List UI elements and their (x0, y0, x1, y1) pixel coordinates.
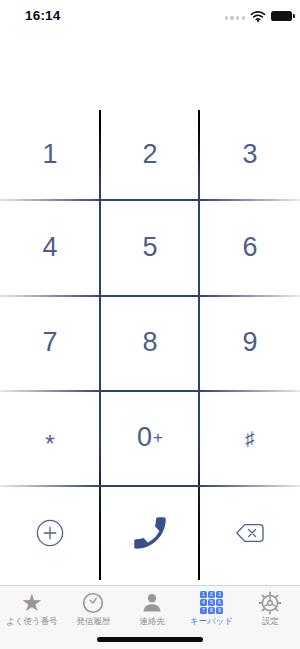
star-icon: ★ (21, 591, 43, 615)
key-9[interactable]: 9 (200, 295, 300, 390)
status-bar: 16:14 (0, 0, 300, 44)
key-7[interactable]: 7 (0, 295, 100, 390)
home-indicator[interactable] (97, 637, 203, 642)
clock-icon (81, 591, 105, 615)
key-star[interactable]: * (0, 390, 100, 485)
person-icon (140, 591, 164, 615)
gear-icon (258, 591, 282, 615)
key-0[interactable]: 0+ (100, 390, 200, 485)
delete-button[interactable] (200, 485, 300, 580)
phone-handset-icon (129, 512, 171, 554)
key-5[interactable]: 5 (100, 199, 200, 295)
tab-favorites[interactable]: ★ よく使う番号 (0, 586, 64, 649)
cellular-signal-icon (225, 16, 245, 19)
status-icons (225, 10, 292, 22)
dial-keypad: 1 2 3 4 5 6 7 8 9 * 0+ ♯ (0, 110, 300, 580)
battery-icon (271, 11, 292, 22)
add-number-button[interactable] (0, 485, 100, 580)
tab-settings[interactable]: 設定 (241, 586, 300, 649)
status-time: 16:14 (25, 8, 61, 23)
key-2[interactable]: 2 (100, 110, 200, 199)
key-6[interactable]: 6 (200, 199, 300, 295)
key-hash[interactable]: ♯ (200, 390, 300, 485)
call-button[interactable] (100, 485, 200, 580)
plus-circle-icon (36, 519, 64, 547)
backspace-icon (235, 523, 265, 543)
key-3[interactable]: 3 (200, 110, 300, 199)
key-4[interactable]: 4 (0, 199, 100, 295)
key-1[interactable]: 1 (0, 110, 100, 199)
wifi-icon (250, 10, 266, 22)
key-8[interactable]: 8 (100, 295, 200, 390)
keypad-icon: 1 2 3 4 5 6 7 8 9 (200, 591, 223, 614)
